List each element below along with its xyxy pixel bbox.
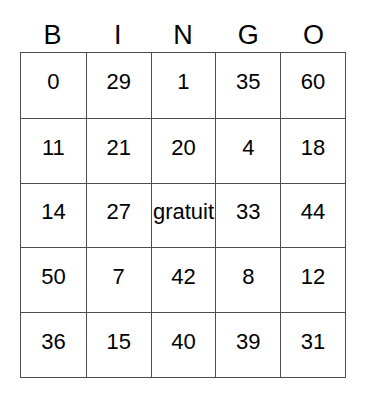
cell-r5c2: 15 bbox=[86, 312, 151, 377]
header-letter-b: B bbox=[44, 22, 62, 49]
cell-r1c3: 1 bbox=[151, 53, 216, 118]
cell-r4c4: 8 bbox=[215, 247, 280, 312]
cell-r4c5: 12 bbox=[280, 247, 345, 312]
cell-r1c4: 35 bbox=[215, 53, 280, 118]
header-letter-o: O bbox=[303, 22, 324, 49]
bingo-card: B I N G O 0 29 1 35 60 11 21 20 4 18 14 … bbox=[0, 0, 368, 400]
cell-r4c1: 50 bbox=[21, 247, 86, 312]
cell-r2c3: 20 bbox=[151, 118, 216, 183]
cell-r4c3: 42 bbox=[151, 247, 216, 312]
cell-r1c1: 0 bbox=[21, 53, 86, 118]
cell-r2c1: 11 bbox=[21, 118, 86, 183]
cell-r5c1: 36 bbox=[21, 312, 86, 377]
header-letter-g: G bbox=[238, 22, 259, 49]
cell-r3c4: 33 bbox=[215, 183, 280, 248]
cell-r2c2: 21 bbox=[86, 118, 151, 183]
cell-r5c5: 31 bbox=[280, 312, 345, 377]
cell-r3c2: 27 bbox=[86, 183, 151, 248]
cell-r5c4: 39 bbox=[215, 312, 280, 377]
cell-r2c5: 18 bbox=[280, 118, 345, 183]
cell-r3c5: 44 bbox=[280, 183, 345, 248]
cell-r5c3: 40 bbox=[151, 312, 216, 377]
bingo-header: B I N G O bbox=[20, 0, 346, 52]
cell-r3c1: 14 bbox=[21, 183, 86, 248]
header-letter-i: I bbox=[114, 22, 122, 49]
cell-r2c4: 4 bbox=[215, 118, 280, 183]
header-letter-n: N bbox=[173, 22, 193, 49]
bingo-board: 0 29 1 35 60 11 21 20 4 18 14 27 gratuit… bbox=[20, 52, 346, 378]
free-space-cell: gratuit bbox=[151, 183, 216, 248]
cell-r1c5: 60 bbox=[280, 53, 345, 118]
cell-r1c2: 29 bbox=[86, 53, 151, 118]
cell-r4c2: 7 bbox=[86, 247, 151, 312]
